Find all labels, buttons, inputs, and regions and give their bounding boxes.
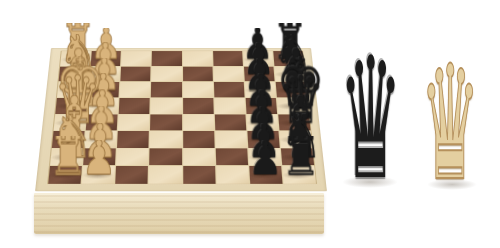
- piece-shadow: [276, 103, 306, 110]
- piece-shadow: [246, 119, 276, 126]
- board-square: [151, 98, 182, 114]
- board-square: [116, 148, 148, 165]
- piece-shadow: [244, 87, 273, 94]
- piece-shadow: [247, 136, 278, 144]
- board-square: [183, 66, 213, 81]
- white-queen-glyph: ♛: [421, 63, 480, 183]
- board-square: [150, 131, 182, 148]
- chess-board: ♜♟♟♜♞♟♟♞♝♟♟♝♚♟♟♚♛♟♟♛♝♟♟♝♞♟♟♞♜♟♟♜: [35, 48, 327, 191]
- board-square: [214, 98, 245, 114]
- board-square: [152, 51, 182, 66]
- board-square: [152, 66, 182, 81]
- box-front-face: [34, 193, 324, 234]
- board-squares: [47, 51, 317, 184]
- board-square: [115, 166, 148, 184]
- board-square: [183, 98, 214, 114]
- board-square: [183, 82, 213, 97]
- board-square: [183, 148, 215, 165]
- board-square: [118, 114, 150, 130]
- board-square: [150, 114, 181, 130]
- board-square: [121, 51, 151, 66]
- board-square: [149, 166, 182, 184]
- piece-shadow: [278, 119, 308, 126]
- white-queen-shadow: [427, 179, 477, 190]
- board-square: [215, 131, 247, 148]
- standalone-white-queen: ♛: [425, 63, 477, 183]
- board-square: [214, 114, 246, 130]
- black-queen-shadow: [342, 176, 398, 188]
- board-square: [121, 66, 151, 81]
- piece-shadow: [280, 153, 311, 161]
- piece-shadow: [248, 171, 280, 179]
- piece-shadow: [243, 71, 272, 78]
- board-square: [213, 51, 243, 66]
- piece-shadow: [282, 171, 314, 179]
- board-square: [183, 131, 215, 148]
- board-square: [183, 114, 214, 130]
- board-square: [183, 51, 213, 66]
- chess-set-scene: ♜♟♟♜♞♟♟♞♝♟♟♝♚♟♟♚♛♟♟♛♝♟♟♝♞♟♟♞♜♟♟♜: [26, 4, 342, 246]
- board-square: [183, 166, 216, 184]
- photo-canvas: ♜♟♟♜♞♟♟♞♝♟♟♝♚♟♟♚♛♟♟♛♝♟♟♝♞♟♟♞♜♟♟♜ ♛ ♛: [0, 0, 500, 248]
- board-square: [214, 82, 245, 97]
- piece-shadow: [242, 56, 271, 63]
- piece-shadow: [91, 56, 120, 63]
- piece-shadow: [274, 71, 303, 78]
- black-queen-glyph: ♛: [339, 56, 401, 182]
- standalone-black-queen: ♛: [340, 56, 400, 182]
- board-square: [150, 148, 182, 165]
- board-square: [216, 166, 249, 184]
- board-square: [151, 82, 181, 97]
- board-square: [215, 148, 248, 165]
- piece-shadow: [248, 153, 279, 161]
- board-square: [120, 82, 151, 97]
- piece-shadow: [275, 87, 305, 94]
- board-square: [213, 66, 243, 81]
- piece-shadow: [245, 103, 275, 110]
- piece-shadow: [87, 103, 117, 110]
- board-square: [119, 98, 150, 114]
- piece-shadow: [279, 136, 310, 144]
- piece-shadow: [273, 56, 302, 63]
- board-square: [117, 131, 149, 148]
